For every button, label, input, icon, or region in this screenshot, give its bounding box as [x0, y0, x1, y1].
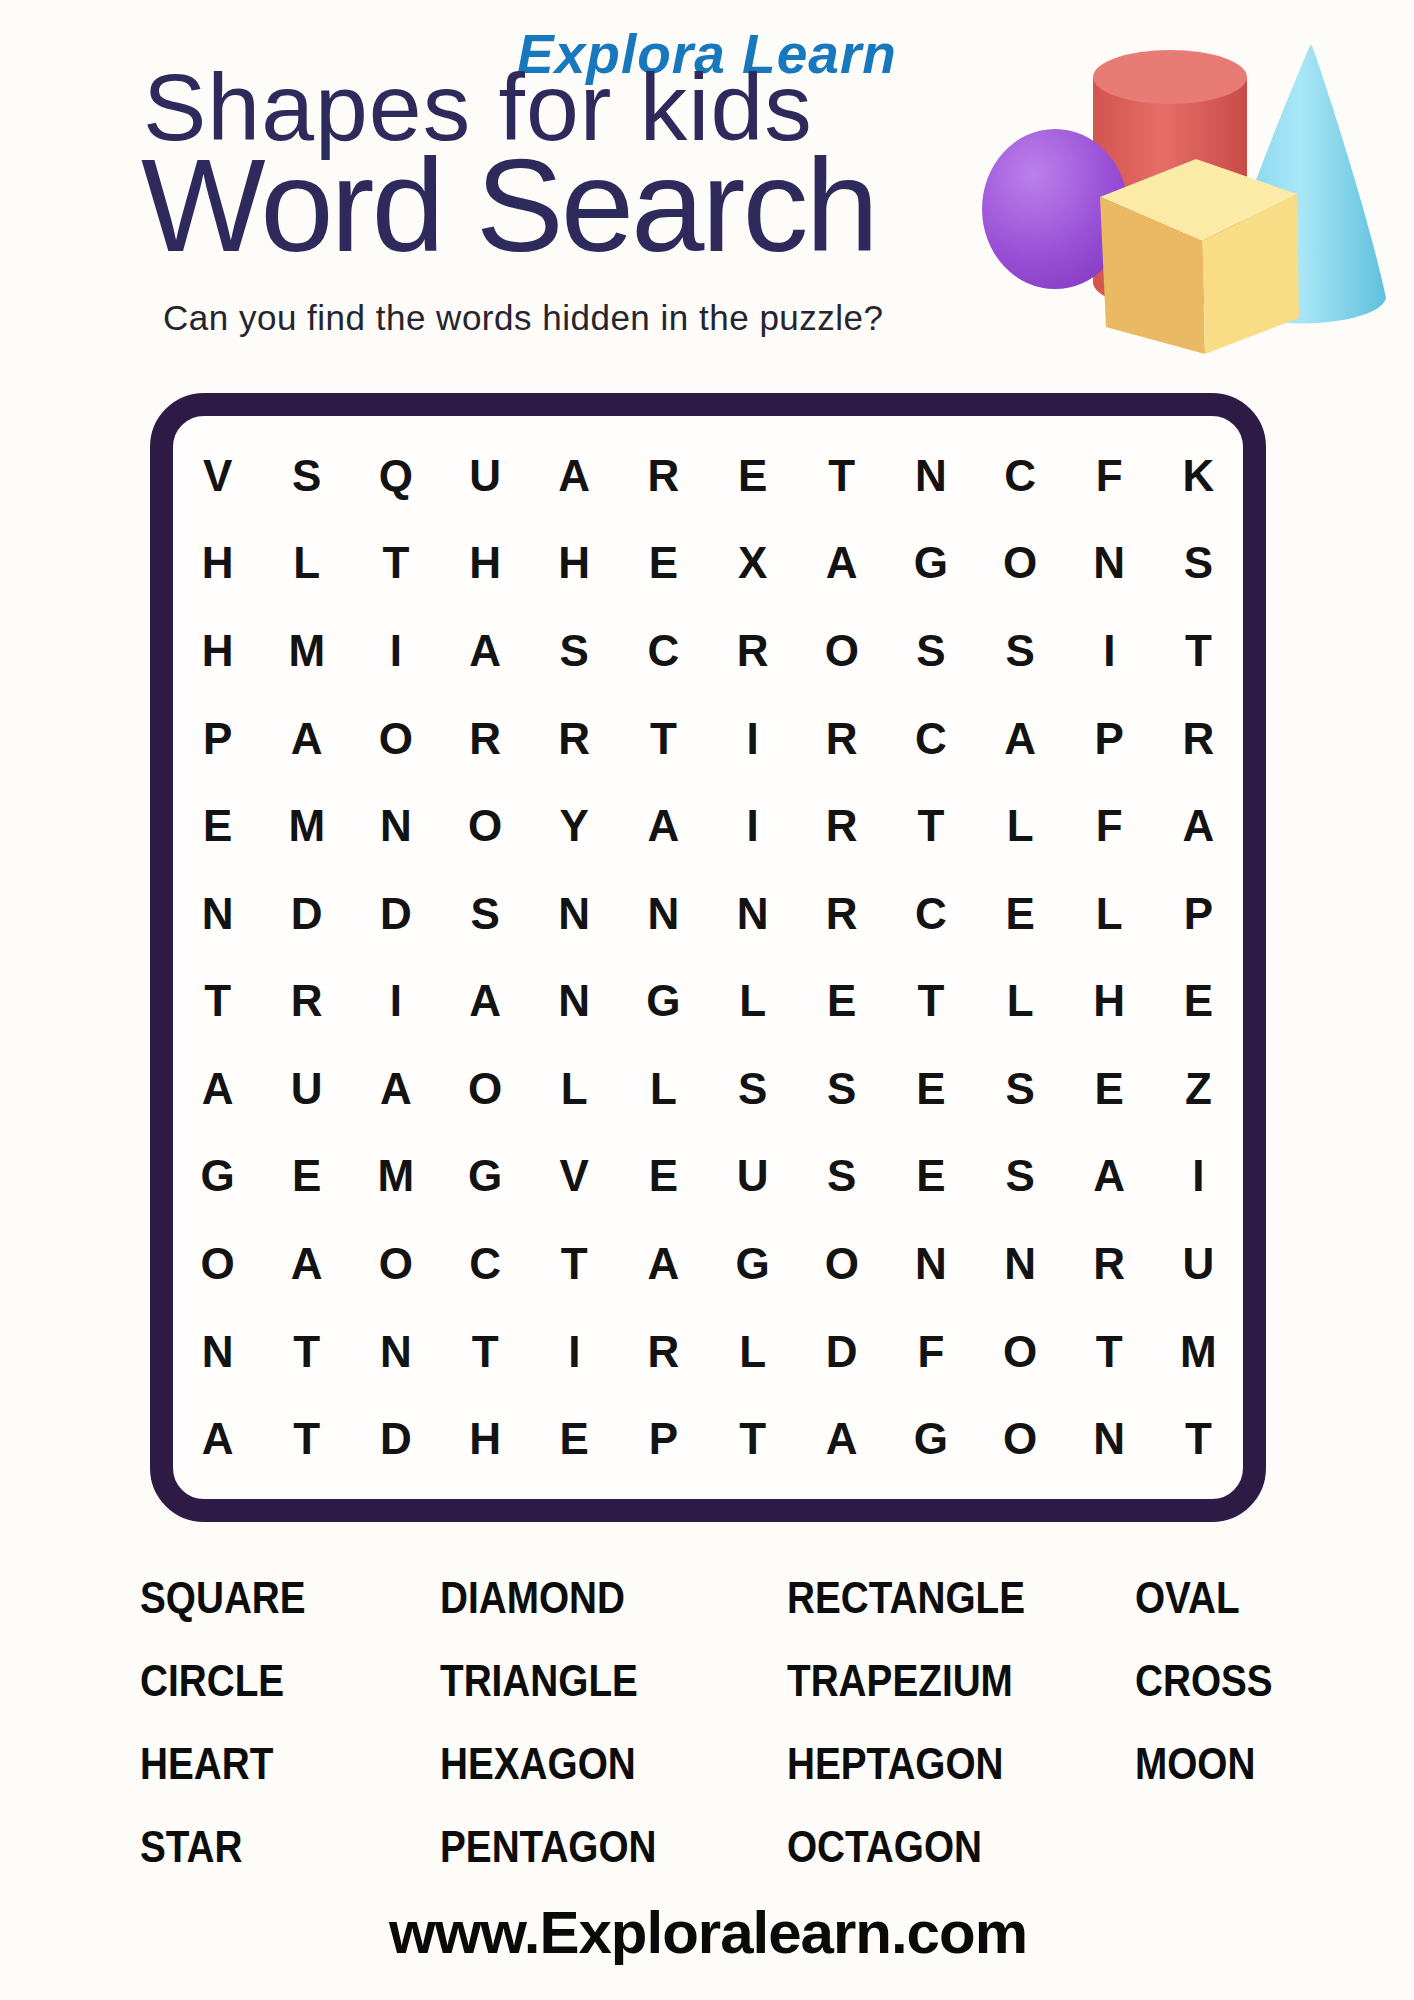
cell-r7c7[interactable]: L [708, 958, 797, 1046]
cell-r7c11[interactable]: H [1065, 958, 1154, 1046]
cell-r1c11[interactable]: F [1065, 432, 1154, 520]
cell-r6c4[interactable]: S [440, 870, 529, 958]
cell-r2c5[interactable]: H [530, 520, 619, 608]
cell-r12c11[interactable]: N [1065, 1395, 1154, 1483]
cell-r3c8[interactable]: O [797, 607, 886, 695]
cell-r2c1[interactable]: H [173, 520, 262, 608]
cell-r6c10[interactable]: E [975, 870, 1064, 958]
cell-r8c3[interactable]: A [351, 1045, 440, 1133]
cell-r12c5[interactable]: E [530, 1395, 619, 1483]
cell-r11c11[interactable]: T [1065, 1308, 1154, 1396]
cell-r10c6[interactable]: A [619, 1220, 708, 1308]
cell-r6c3[interactable]: D [351, 870, 440, 958]
cell-r4c4[interactable]: R [440, 695, 529, 783]
cell-r5c10[interactable]: L [975, 782, 1064, 870]
cell-r12c3[interactable]: D [351, 1395, 440, 1483]
cell-r4c10[interactable]: A [975, 695, 1064, 783]
cell-r2c8[interactable]: A [797, 520, 886, 608]
cell-r8c2[interactable]: U [262, 1045, 351, 1133]
cell-r8c8[interactable]: S [797, 1045, 886, 1133]
page-title-line2: Word Search [141, 140, 876, 272]
cell-r4c8[interactable]: R [797, 695, 886, 783]
cell-r5c11[interactable]: F [1065, 782, 1154, 870]
cell-r11c8[interactable]: D [797, 1308, 886, 1396]
cell-r12c10[interactable]: O [975, 1395, 1064, 1483]
cell-r8c4[interactable]: O [440, 1045, 529, 1133]
cell-r4c9[interactable]: C [886, 695, 975, 783]
cell-r11c4[interactable]: T [440, 1308, 529, 1396]
cell-r5c4[interactable]: O [440, 782, 529, 870]
cell-r1c1[interactable]: V [173, 432, 262, 520]
cell-r9c3[interactable]: M [351, 1133, 440, 1221]
cell-r1c7[interactable]: E [708, 432, 797, 520]
word-heptagon: HEPTAGON [787, 1742, 1135, 1786]
word-moon: MOON [1135, 1742, 1291, 1786]
word-oval: OVAL [1135, 1576, 1291, 1620]
cell-r9c12[interactable]: I [1154, 1133, 1243, 1221]
cell-r12c8[interactable]: A [797, 1395, 886, 1483]
cell-r2c7[interactable]: X [708, 520, 797, 608]
cell-r12c9[interactable]: G [886, 1395, 975, 1483]
cell-r6c9[interactable]: C [886, 870, 975, 958]
cell-r5c5[interactable]: Y [530, 782, 619, 870]
website-url: www.Exploralearn.com [389, 1898, 1027, 1967]
cell-r2c3[interactable]: T [351, 520, 440, 608]
cell-r10c1[interactable]: O [173, 1220, 262, 1308]
cell-r11c9[interactable]: F [886, 1308, 975, 1396]
cell-r8c5[interactable]: L [530, 1045, 619, 1133]
cell-r4c6[interactable]: T [619, 695, 708, 783]
cell-r2c9[interactable]: G [886, 520, 975, 608]
cell-r10c2[interactable]: A [262, 1220, 351, 1308]
cell-r7c10[interactable]: L [975, 958, 1064, 1046]
cell-r2c6[interactable]: E [619, 520, 708, 608]
cell-r10c9[interactable]: N [886, 1220, 975, 1308]
cell-r6c5[interactable]: N [530, 870, 619, 958]
cell-r4c3[interactable]: O [351, 695, 440, 783]
cell-r1c8[interactable]: T [797, 432, 886, 520]
cell-r6c1[interactable]: N [173, 870, 262, 958]
cell-r9c4[interactable]: G [440, 1133, 529, 1221]
cell-r11c10[interactable]: O [975, 1308, 1064, 1396]
cell-r3c11[interactable]: I [1065, 607, 1154, 695]
cell-r4c1[interactable]: P [173, 695, 262, 783]
cell-r7c6[interactable]: G [619, 958, 708, 1046]
word-octagon: OCTAGON [787, 1825, 1135, 1869]
cell-r3c9[interactable]: S [886, 607, 975, 695]
word-star: STAR [140, 1825, 440, 1869]
cell-r7c1[interactable]: T [173, 958, 262, 1046]
cell-r2c11[interactable]: N [1065, 520, 1154, 608]
cell-r6c7[interactable]: N [708, 870, 797, 958]
cell-r6c11[interactable]: L [1065, 870, 1154, 958]
cell-r6c2[interactable]: D [262, 870, 351, 958]
word-cross: CROSS [1135, 1659, 1291, 1703]
cell-r9c6[interactable]: E [619, 1133, 708, 1221]
cell-r11c1[interactable]: N [173, 1308, 262, 1396]
cell-r9c9[interactable]: E [886, 1133, 975, 1221]
cell-r1c10[interactable]: C [975, 432, 1064, 520]
cell-r10c8[interactable]: O [797, 1220, 886, 1308]
cell-r9c7[interactable]: U [708, 1133, 797, 1221]
cell-r5c7[interactable]: I [708, 782, 797, 870]
cell-r6c8[interactable]: R [797, 870, 886, 958]
cell-r1c4[interactable]: U [440, 432, 529, 520]
cell-r3c10[interactable]: S [975, 607, 1064, 695]
cell-r12c6[interactable]: P [619, 1395, 708, 1483]
cell-r11c6[interactable]: R [619, 1308, 708, 1396]
cell-r5c12[interactable]: A [1154, 782, 1243, 870]
cell-r7c8[interactable]: E [797, 958, 886, 1046]
cell-r3c1[interactable]: H [173, 607, 262, 695]
cell-r2c10[interactable]: O [975, 520, 1064, 608]
cell-r8c6[interactable]: L [619, 1045, 708, 1133]
word-circle: CIRCLE [140, 1659, 440, 1703]
cell-r4c12[interactable]: R [1154, 695, 1243, 783]
cell-r5c8[interactable]: R [797, 782, 886, 870]
cell-r8c1[interactable]: A [173, 1045, 262, 1133]
cell-r10c11[interactable]: R [1065, 1220, 1154, 1308]
word-pentagon: PENTAGON [440, 1825, 787, 1869]
cell-r10c7[interactable]: G [708, 1220, 797, 1308]
word-triangle: TRIANGLE [440, 1659, 787, 1703]
cell-r10c4[interactable]: C [440, 1220, 529, 1308]
cell-r11c3[interactable]: N [351, 1308, 440, 1396]
cell-r8c12[interactable]: Z [1154, 1045, 1243, 1133]
cell-r10c10[interactable]: N [975, 1220, 1064, 1308]
cell-r3c4[interactable]: A [440, 607, 529, 695]
cell-r7c9[interactable]: T [886, 958, 975, 1046]
cell-r12c12[interactable]: T [1154, 1395, 1243, 1483]
cell-r11c7[interactable]: L [708, 1308, 797, 1396]
cell-r2c4[interactable]: H [440, 520, 529, 608]
cell-r11c12[interactable]: M [1154, 1308, 1243, 1396]
cell-r7c4[interactable]: A [440, 958, 529, 1046]
cell-r5c6[interactable]: A [619, 782, 708, 870]
cell-r8c11[interactable]: E [1065, 1045, 1154, 1133]
cell-r9c8[interactable]: S [797, 1133, 886, 1221]
cell-r3c5[interactable]: S [530, 607, 619, 695]
cell-r3c7[interactable]: R [708, 607, 797, 695]
cell-r10c3[interactable]: O [351, 1220, 440, 1308]
cell-r1c6[interactable]: R [619, 432, 708, 520]
word-search-grid: VSQUARETNCFKHLTHHEXAGONSHMIASCROSSITPAOR… [150, 393, 1266, 1522]
cell-r1c12[interactable]: K [1154, 432, 1243, 520]
cell-r3c6[interactable]: C [619, 607, 708, 695]
cell-r9c5[interactable]: V [530, 1133, 619, 1221]
word-trapezium: TRAPEZIUM [787, 1659, 1135, 1703]
cell-r4c5[interactable]: R [530, 695, 619, 783]
cell-r12c2[interactable]: T [262, 1395, 351, 1483]
cell-r10c5[interactable]: T [530, 1220, 619, 1308]
cell-r1c5[interactable]: A [530, 432, 619, 520]
cell-r1c3[interactable]: Q [351, 432, 440, 520]
cell-r7c5[interactable]: N [530, 958, 619, 1046]
cell-r5c1[interactable]: E [173, 782, 262, 870]
cell-r4c7[interactable]: I [708, 695, 797, 783]
word-square: SQUARE [140, 1576, 440, 1620]
cell-r12c4[interactable]: H [440, 1395, 529, 1483]
cell-r5c9[interactable]: T [886, 782, 975, 870]
cell-r11c5[interactable]: I [530, 1308, 619, 1396]
cell-r7c3[interactable]: I [351, 958, 440, 1046]
cell-r8c9[interactable]: E [886, 1045, 975, 1133]
cell-r12c7[interactable]: T [708, 1395, 797, 1483]
cell-r3c2[interactable]: M [262, 607, 351, 695]
cell-r1c9[interactable]: N [886, 432, 975, 520]
cell-r7c12[interactable]: E [1154, 958, 1243, 1046]
cell-r9c11[interactable]: A [1065, 1133, 1154, 1221]
cube-shape [1100, 159, 1299, 354]
cell-r9c10[interactable]: S [975, 1133, 1064, 1221]
cell-r3c12[interactable]: T [1154, 607, 1243, 695]
word-list: SQUAREDIAMONDRECTANGLEOVALCIRCLETRIANGLE… [140, 1576, 1280, 1869]
cell-r4c2[interactable]: A [262, 695, 351, 783]
cell-r5c2[interactable]: M [262, 782, 351, 870]
word-hexagon: HEXAGON [440, 1742, 787, 1786]
cell-r5c3[interactable]: N [351, 782, 440, 870]
cell-r8c10[interactable]: S [975, 1045, 1064, 1133]
cell-r8c7[interactable]: S [708, 1045, 797, 1133]
cell-r2c2[interactable]: L [262, 520, 351, 608]
cell-r11c2[interactable]: T [262, 1308, 351, 1396]
word-heart: HEART [140, 1742, 440, 1786]
word-diamond: DIAMOND [440, 1576, 787, 1620]
cell-r4c11[interactable]: P [1065, 695, 1154, 783]
cell-r10c12[interactable]: U [1154, 1220, 1243, 1308]
worksheet-page: Explora Learn Shapes for kids Word Searc… [0, 0, 1414, 2000]
cell-r9c1[interactable]: G [173, 1133, 262, 1221]
puzzle-instructions: Can you find the words hidden in the puz… [163, 298, 884, 338]
cell-r2c12[interactable]: S [1154, 520, 1243, 608]
cell-r1c2[interactable]: S [262, 432, 351, 520]
cell-r12c1[interactable]: A [173, 1395, 262, 1483]
word-rectangle: RECTANGLE [787, 1576, 1135, 1620]
cell-r6c6[interactable]: N [619, 870, 708, 958]
cell-r7c2[interactable]: R [262, 958, 351, 1046]
cell-r9c2[interactable]: E [262, 1133, 351, 1221]
cell-r6c12[interactable]: P [1154, 870, 1243, 958]
cell-r3c3[interactable]: I [351, 607, 440, 695]
